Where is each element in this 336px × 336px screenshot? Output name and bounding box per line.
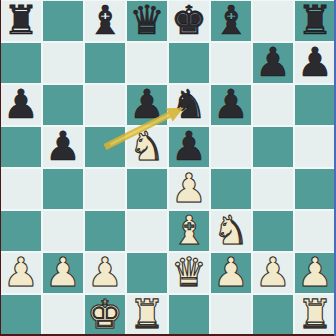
white-pawn[interactable]: ♟	[3, 252, 39, 292]
square-d4[interactable]	[126, 168, 168, 210]
square-e1[interactable]	[168, 294, 210, 336]
white-pawn[interactable]: ♟	[171, 168, 207, 208]
chess-board: ♜♝♛♚♝♜♟♟♟♟♞♟♟♞♟♟♝♞♟♟♟♛♟♟♟♚♜♜	[0, 0, 336, 336]
square-e4[interactable]: ♟	[168, 168, 210, 210]
square-a2[interactable]: ♟	[0, 252, 42, 294]
square-d3[interactable]	[126, 210, 168, 252]
square-e3[interactable]: ♝	[168, 210, 210, 252]
square-a5[interactable]	[0, 126, 42, 168]
square-c8[interactable]: ♝	[84, 0, 126, 42]
square-h5[interactable]	[294, 126, 336, 168]
square-e8[interactable]: ♚	[168, 0, 210, 42]
square-h3[interactable]	[294, 210, 336, 252]
square-c1[interactable]: ♚	[84, 294, 126, 336]
square-d1[interactable]: ♜	[126, 294, 168, 336]
black-rook[interactable]: ♜	[297, 0, 333, 40]
square-e6[interactable]: ♞	[168, 84, 210, 126]
square-a8[interactable]: ♜	[0, 0, 42, 42]
square-g7[interactable]: ♟	[252, 42, 294, 84]
square-a4[interactable]	[0, 168, 42, 210]
square-e2[interactable]: ♛	[168, 252, 210, 294]
square-f2[interactable]: ♟	[210, 252, 252, 294]
square-c2[interactable]: ♟	[84, 252, 126, 294]
square-c5[interactable]	[84, 126, 126, 168]
white-rook[interactable]: ♜	[129, 294, 165, 334]
square-e5[interactable]: ♟	[168, 126, 210, 168]
square-f6[interactable]: ♟	[210, 84, 252, 126]
black-knight[interactable]: ♞	[171, 84, 207, 124]
square-d5[interactable]: ♞	[126, 126, 168, 168]
square-b4[interactable]	[42, 168, 84, 210]
square-b6[interactable]	[42, 84, 84, 126]
square-b7[interactable]	[42, 42, 84, 84]
white-king[interactable]: ♚	[87, 294, 123, 334]
square-h4[interactable]	[294, 168, 336, 210]
square-b5[interactable]: ♟	[42, 126, 84, 168]
square-g2[interactable]: ♟	[252, 252, 294, 294]
square-f8[interactable]: ♝	[210, 0, 252, 42]
square-g5[interactable]	[252, 126, 294, 168]
square-a6[interactable]: ♟	[0, 84, 42, 126]
square-a7[interactable]	[0, 42, 42, 84]
white-pawn[interactable]: ♟	[213, 252, 249, 292]
square-f7[interactable]	[210, 42, 252, 84]
white-bishop[interactable]: ♝	[171, 210, 207, 250]
square-c7[interactable]	[84, 42, 126, 84]
square-f5[interactable]	[210, 126, 252, 168]
black-queen[interactable]: ♛	[129, 0, 165, 40]
white-rook[interactable]: ♜	[297, 294, 333, 334]
white-knight[interactable]: ♞	[129, 126, 165, 166]
square-d6[interactable]: ♟	[126, 84, 168, 126]
white-knight[interactable]: ♞	[213, 210, 249, 250]
square-a1[interactable]	[0, 294, 42, 336]
square-g1[interactable]	[252, 294, 294, 336]
square-d7[interactable]	[126, 42, 168, 84]
square-h8[interactable]: ♜	[294, 0, 336, 42]
square-g3[interactable]	[252, 210, 294, 252]
black-rook[interactable]: ♜	[3, 0, 39, 40]
black-bishop[interactable]: ♝	[213, 0, 249, 40]
square-b8[interactable]	[42, 0, 84, 42]
square-e7[interactable]	[168, 42, 210, 84]
black-pawn[interactable]: ♟	[129, 84, 165, 124]
square-f1[interactable]	[210, 294, 252, 336]
square-g6[interactable]	[252, 84, 294, 126]
square-c3[interactable]	[84, 210, 126, 252]
black-bishop[interactable]: ♝	[87, 0, 123, 40]
square-c4[interactable]	[84, 168, 126, 210]
square-h1[interactable]: ♜	[294, 294, 336, 336]
white-pawn[interactable]: ♟	[87, 252, 123, 292]
black-pawn[interactable]: ♟	[45, 126, 81, 166]
white-pawn[interactable]: ♟	[255, 252, 291, 292]
black-pawn[interactable]: ♟	[297, 42, 333, 82]
square-d2[interactable]	[126, 252, 168, 294]
white-pawn[interactable]: ♟	[297, 252, 333, 292]
square-b3[interactable]	[42, 210, 84, 252]
white-pawn[interactable]: ♟	[45, 252, 81, 292]
black-king[interactable]: ♚	[171, 0, 207, 40]
square-b1[interactable]	[42, 294, 84, 336]
black-pawn[interactable]: ♟	[171, 126, 207, 166]
black-pawn[interactable]: ♟	[255, 42, 291, 82]
chess-board-container: ♜♝♛♚♝♜♟♟♟♟♞♟♟♞♟♟♝♞♟♟♟♛♟♟♟♚♜♜	[0, 0, 336, 336]
square-d8[interactable]: ♛	[126, 0, 168, 42]
black-pawn[interactable]: ♟	[3, 84, 39, 124]
square-h7[interactable]: ♟	[294, 42, 336, 84]
square-f4[interactable]	[210, 168, 252, 210]
square-g4[interactable]	[252, 168, 294, 210]
white-queen[interactable]: ♛	[171, 252, 207, 292]
square-h6[interactable]	[294, 84, 336, 126]
black-pawn[interactable]: ♟	[213, 84, 249, 124]
square-g8[interactable]	[252, 0, 294, 42]
square-h2[interactable]: ♟	[294, 252, 336, 294]
square-a3[interactable]	[0, 210, 42, 252]
square-f3[interactable]: ♞	[210, 210, 252, 252]
square-c6[interactable]	[84, 84, 126, 126]
square-b2[interactable]: ♟	[42, 252, 84, 294]
